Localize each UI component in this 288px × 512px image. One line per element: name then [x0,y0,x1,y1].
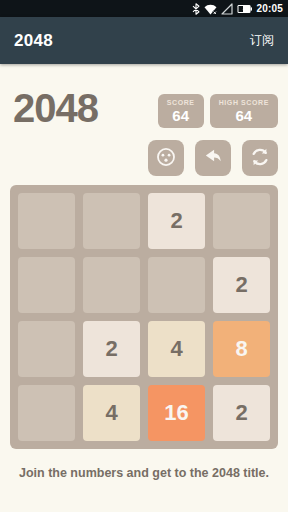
high-score-value: 64 [219,107,269,124]
score-value: 64 [167,107,195,124]
restart-button[interactable] [242,140,278,176]
empty-cell [18,257,75,313]
app-bar-title: 2048 [14,31,53,51]
wifi-off-icon [204,3,217,15]
app-bar: 2048 订阅 [0,17,288,64]
tile-8: 8 [213,321,270,377]
main-content: 2048 SCORE 64 HIGH SCORE 64 [0,86,288,480]
tile-4: 4 [148,321,205,377]
empty-cell [18,193,75,249]
status-bar: 20:05 [0,0,288,17]
mood-button[interactable] [148,140,184,176]
tile-2: 2 [213,385,270,441]
header-row: 2048 SCORE 64 HIGH SCORE 64 [10,86,278,130]
empty-cell [83,193,140,249]
signal-empty-icon [221,3,233,15]
empty-cell [213,193,270,249]
toolbar [10,140,278,176]
empty-cell [148,257,205,313]
smiley-face-icon [155,146,177,171]
undo-button[interactable] [195,140,231,176]
footer-hint: Join the numbers and get to the 2048 tit… [10,466,278,480]
subscribe-action[interactable]: 订阅 [250,32,274,49]
undo-arrow-icon [202,146,224,171]
empty-cell [83,257,140,313]
score-label: SCORE [167,99,195,106]
score-box: SCORE 64 [158,94,204,128]
refresh-icon [249,146,271,171]
tile-2: 2 [213,257,270,313]
high-score-label: HIGH SCORE [219,99,269,106]
tile-2: 2 [148,193,205,249]
high-score-box: HIGH SCORE 64 [210,94,278,128]
empty-cell [18,321,75,377]
tile-16: 16 [148,385,205,441]
board-grid[interactable]: 222484162 [10,185,278,449]
page-title: 2048 [10,86,98,130]
tile-4: 4 [83,385,140,441]
bluetooth-icon [192,3,200,15]
score-panel: SCORE 64 HIGH SCORE 64 [158,94,278,128]
battery-icon [237,4,252,14]
status-time: 20:05 [256,3,283,14]
tile-2: 2 [83,321,140,377]
empty-cell [18,385,75,441]
